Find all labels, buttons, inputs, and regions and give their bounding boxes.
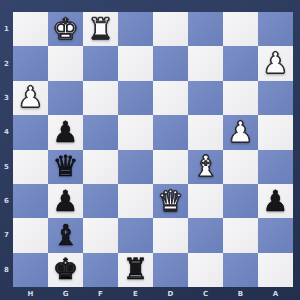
- white-bishop[interactable]: ♝: [193, 152, 219, 181]
- square-f1[interactable]: ♜: [83, 12, 118, 46]
- square-a1[interactable]: [258, 12, 293, 46]
- file-label-h: H: [13, 287, 48, 300]
- square-b8[interactable]: [223, 253, 258, 287]
- square-f2[interactable]: [83, 46, 118, 80]
- square-e3[interactable]: [118, 81, 153, 115]
- square-a2[interactable]: ♟: [258, 46, 293, 80]
- square-d5[interactable]: [153, 150, 188, 184]
- square-e2[interactable]: [118, 46, 153, 80]
- square-c1[interactable]: [188, 12, 223, 46]
- square-g1[interactable]: ♚: [48, 12, 83, 46]
- square-e1[interactable]: [118, 12, 153, 46]
- rank-label-2: 2: [0, 46, 13, 80]
- square-c3[interactable]: [188, 81, 223, 115]
- black-bishop[interactable]: ♝: [53, 221, 79, 250]
- file-labels: HGFEDCBA: [13, 287, 293, 300]
- square-f7[interactable]: [83, 218, 118, 252]
- file-label-f: F: [83, 287, 118, 300]
- white-pawn[interactable]: ♟: [263, 49, 289, 78]
- square-h1[interactable]: [13, 12, 48, 46]
- square-a7[interactable]: [258, 218, 293, 252]
- rank-label-7: 7: [0, 218, 13, 252]
- square-d1[interactable]: [153, 12, 188, 46]
- square-e5[interactable]: [118, 150, 153, 184]
- square-f6[interactable]: [83, 184, 118, 218]
- square-b1[interactable]: [223, 12, 258, 46]
- black-pawn[interactable]: ♟: [53, 187, 79, 216]
- file-label-g: G: [48, 287, 83, 300]
- white-pawn[interactable]: ♟: [228, 118, 254, 147]
- square-c2[interactable]: [188, 46, 223, 80]
- square-f5[interactable]: [83, 150, 118, 184]
- square-e7[interactable]: [118, 218, 153, 252]
- square-h2[interactable]: [13, 46, 48, 80]
- white-king[interactable]: ♚: [53, 15, 79, 44]
- square-f3[interactable]: [83, 81, 118, 115]
- black-king[interactable]: ♚: [53, 255, 79, 284]
- black-rook[interactable]: ♜: [123, 255, 149, 284]
- white-queen[interactable]: ♛: [158, 187, 184, 216]
- square-a4[interactable]: [258, 115, 293, 149]
- square-b5[interactable]: [223, 150, 258, 184]
- square-d4[interactable]: [153, 115, 188, 149]
- square-f4[interactable]: [83, 115, 118, 149]
- square-f8[interactable]: [83, 253, 118, 287]
- board-frame: 12345678 ♚♜♟♟♟♟♛♝♟♛♟♝♚♜ HGFEDCBA: [0, 0, 300, 300]
- square-a8[interactable]: [258, 253, 293, 287]
- square-b3[interactable]: [223, 81, 258, 115]
- square-d6[interactable]: ♛: [153, 184, 188, 218]
- square-g4[interactable]: ♟: [48, 115, 83, 149]
- square-g3[interactable]: [48, 81, 83, 115]
- rank-label-5: 5: [0, 150, 13, 184]
- file-label-d: D: [153, 287, 188, 300]
- square-h5[interactable]: [13, 150, 48, 184]
- square-g6[interactable]: ♟: [48, 184, 83, 218]
- square-d3[interactable]: [153, 81, 188, 115]
- square-h4[interactable]: [13, 115, 48, 149]
- rank-labels: 12345678: [0, 12, 13, 287]
- black-pawn[interactable]: ♟: [263, 187, 289, 216]
- square-b2[interactable]: [223, 46, 258, 80]
- square-c7[interactable]: [188, 218, 223, 252]
- rank-label-6: 6: [0, 184, 13, 218]
- file-label-b: B: [223, 287, 258, 300]
- square-a5[interactable]: [258, 150, 293, 184]
- file-label-c: C: [188, 287, 223, 300]
- square-e4[interactable]: [118, 115, 153, 149]
- square-d7[interactable]: [153, 218, 188, 252]
- rank-label-1: 1: [0, 12, 13, 46]
- file-label-a: A: [258, 287, 293, 300]
- square-e6[interactable]: [118, 184, 153, 218]
- square-b7[interactable]: [223, 218, 258, 252]
- black-pawn[interactable]: ♟: [53, 118, 79, 147]
- square-a6[interactable]: ♟: [258, 184, 293, 218]
- square-g2[interactable]: [48, 46, 83, 80]
- square-d8[interactable]: [153, 253, 188, 287]
- square-b6[interactable]: [223, 184, 258, 218]
- white-pawn[interactable]: ♟: [18, 83, 44, 112]
- square-c4[interactable]: [188, 115, 223, 149]
- square-e8[interactable]: ♜: [118, 253, 153, 287]
- square-g5[interactable]: ♛: [48, 150, 83, 184]
- square-d2[interactable]: [153, 46, 188, 80]
- square-a3[interactable]: [258, 81, 293, 115]
- square-c8[interactable]: [188, 253, 223, 287]
- square-b4[interactable]: ♟: [223, 115, 258, 149]
- square-h6[interactable]: [13, 184, 48, 218]
- chess-board: ♚♜♟♟♟♟♛♝♟♛♟♝♚♜: [13, 12, 293, 287]
- file-label-e: E: [118, 287, 153, 300]
- square-h8[interactable]: [13, 253, 48, 287]
- rank-label-8: 8: [0, 253, 13, 287]
- square-g7[interactable]: ♝: [48, 218, 83, 252]
- rank-label-3: 3: [0, 81, 13, 115]
- square-c5[interactable]: ♝: [188, 150, 223, 184]
- white-rook[interactable]: ♜: [88, 15, 114, 44]
- black-queen[interactable]: ♛: [53, 152, 79, 181]
- square-h7[interactable]: [13, 218, 48, 252]
- square-c6[interactable]: [188, 184, 223, 218]
- rank-label-4: 4: [0, 115, 13, 149]
- square-h3[interactable]: ♟: [13, 81, 48, 115]
- square-g8[interactable]: ♚: [48, 253, 83, 287]
